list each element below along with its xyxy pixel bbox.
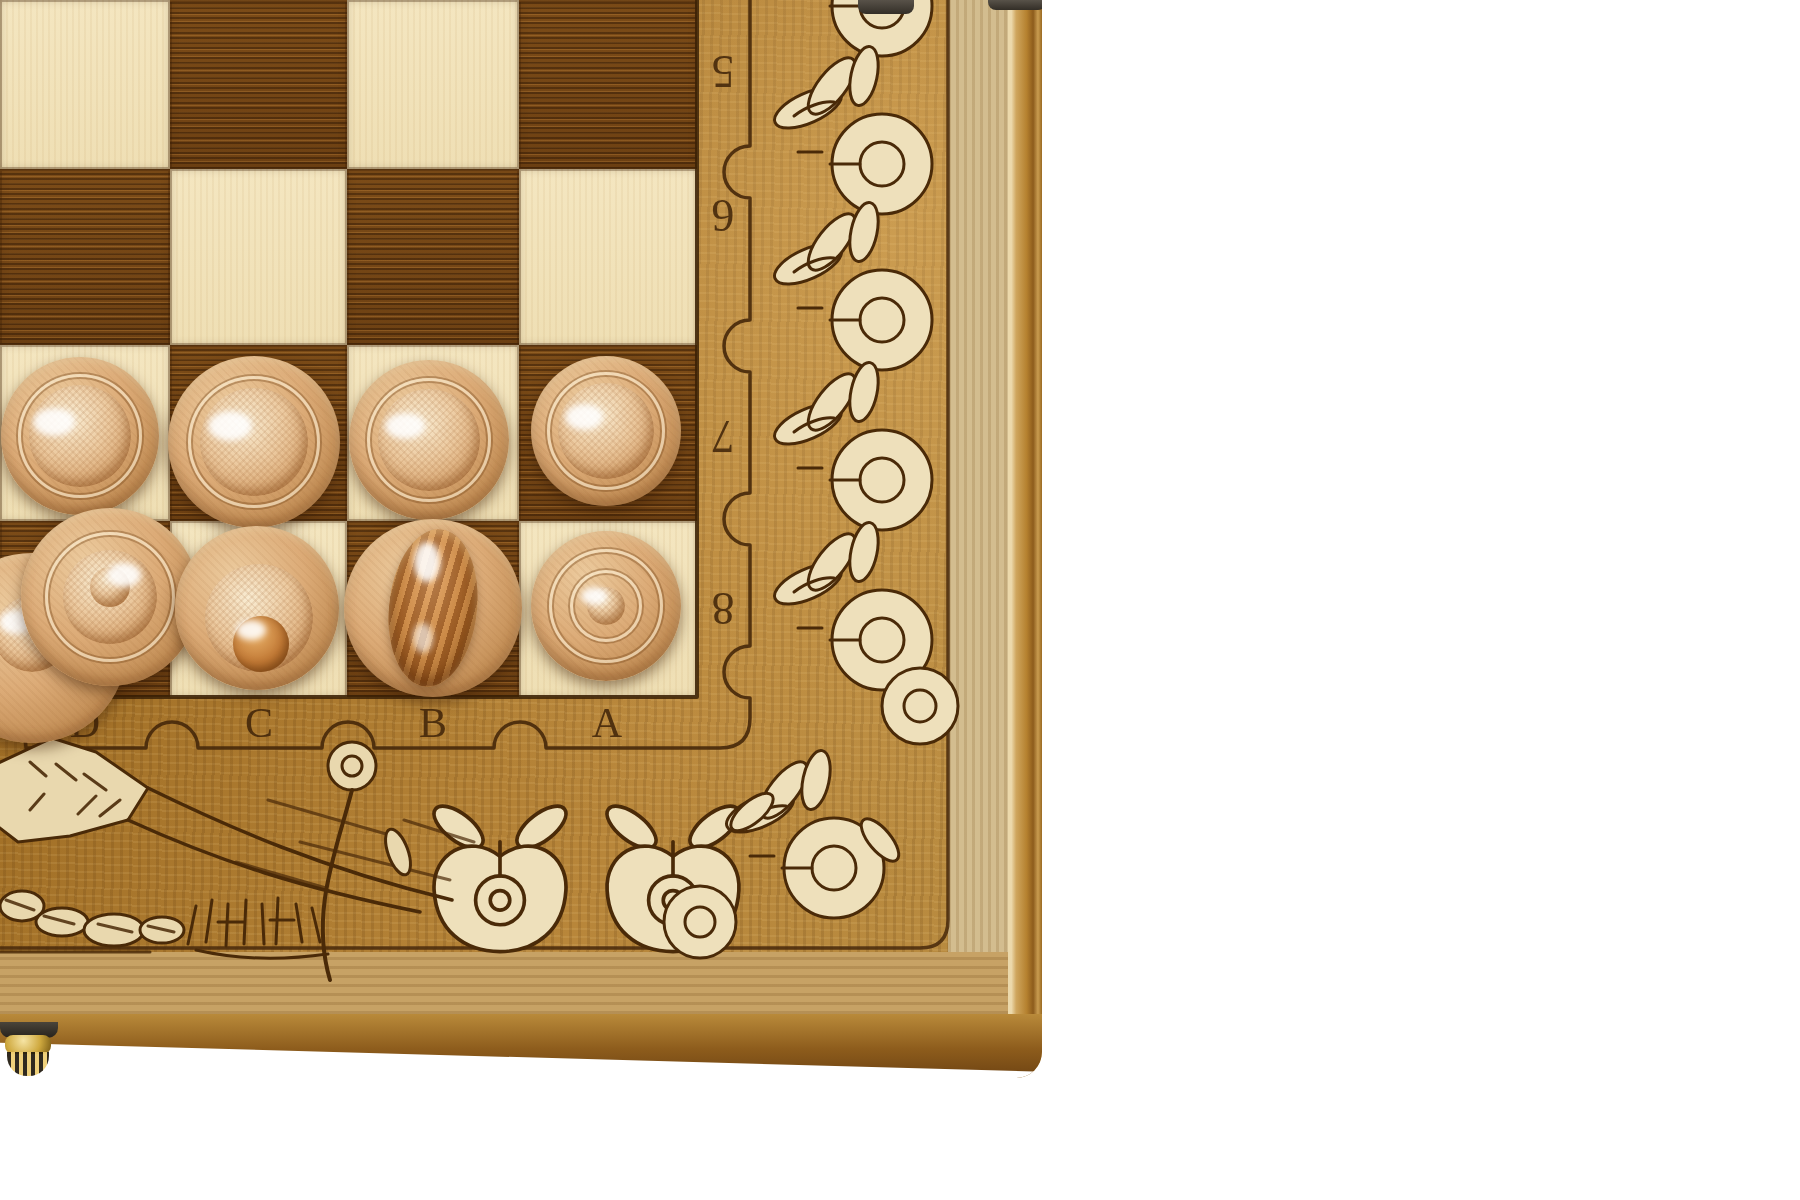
- scroll-band-right: [769, 0, 932, 690]
- rank-label-6: 6: [712, 190, 735, 241]
- hinge-corner-icon: [988, 0, 1042, 10]
- square-a5: [519, 0, 697, 169]
- engraved-signature-marks: [188, 898, 328, 958]
- file-label-c: C: [245, 700, 273, 746]
- bottom-rim: [0, 952, 1008, 1014]
- chess-box: 5 6 7 8 D C B A: [0, 0, 1042, 1078]
- right-rim: [948, 0, 1008, 1010]
- rank-label-5: 5: [712, 46, 735, 97]
- tulip-band-bottom: [427, 799, 746, 952]
- square-c5: [170, 0, 347, 169]
- square-d5: [0, 0, 170, 169]
- square-c6: [170, 169, 347, 345]
- rank-label-7: 7: [712, 411, 735, 462]
- square-b6: [347, 169, 519, 345]
- corner-motif: [664, 668, 958, 958]
- square-b5: [347, 0, 519, 169]
- file-label-b: B: [419, 700, 447, 746]
- brass-clasp-knob: [0, 1022, 70, 1086]
- clasp-ribs: [7, 1052, 49, 1076]
- hinge-icon: [858, 0, 914, 14]
- square-d6: [0, 169, 170, 345]
- ararat-engraving: [0, 738, 474, 980]
- square-a6: [519, 169, 697, 345]
- rank-label-8: 8: [712, 583, 735, 634]
- photo-canvas: 5 6 7 8 D C B A: [0, 0, 1800, 1200]
- file-label-a: A: [592, 700, 623, 746]
- right-side-face: [1008, 0, 1042, 1062]
